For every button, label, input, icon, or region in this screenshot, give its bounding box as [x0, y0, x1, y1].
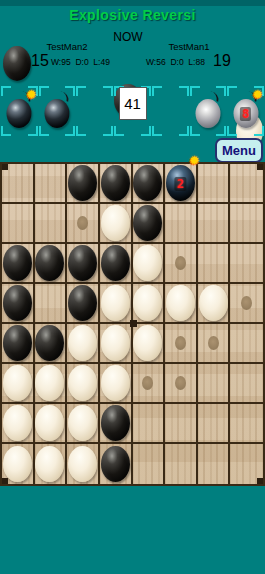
board-cell-r4c7[interactable] [230, 324, 263, 364]
board-cell-r6c5[interactable] [165, 404, 198, 444]
left-player-name: TestMan2 [36, 41, 98, 52]
white-disc [68, 325, 97, 361]
white-disc [133, 325, 162, 361]
black-disc [133, 165, 162, 201]
black-disc [101, 446, 130, 482]
left-player-record: W:95 D:0 L:49 [51, 57, 110, 67]
white-disc [35, 446, 64, 482]
black-disc [3, 325, 32, 361]
white-disc [133, 285, 162, 321]
board-cell-r2c7[interactable] [230, 244, 263, 284]
board-cell-r6c2[interactable] [67, 404, 100, 444]
right-player-record: W:56 D:0 L:88 [146, 57, 205, 67]
board-cell-r7c2[interactable] [67, 444, 100, 484]
legal-move-hint[interactable] [142, 376, 153, 390]
board-cell-r1c0[interactable] [2, 204, 35, 244]
board-cell-r1c1[interactable] [35, 204, 68, 244]
board-cell-r0c2[interactable] [67, 164, 100, 204]
top-status-strip [0, 0, 265, 6]
board-cell-r1c7[interactable] [230, 204, 263, 244]
black-player-disc-icon [3, 46, 31, 81]
black-disc [101, 245, 130, 281]
board-cell-r1c2[interactable] [67, 204, 100, 244]
legal-move-hint[interactable] [175, 256, 186, 270]
board-cell-r5c5[interactable] [165, 364, 198, 404]
white-disc [101, 365, 130, 401]
bomb-tray: ✹418✹ [1, 86, 264, 136]
white-disc [166, 285, 195, 321]
board-cell-r2c4[interactable] [133, 244, 166, 284]
white-disc [3, 405, 32, 441]
white-disc [68, 405, 97, 441]
right-player-score: 19 [213, 52, 231, 70]
spark-icon: ✹ [252, 88, 263, 101]
black-disc [68, 245, 97, 281]
black-disc [35, 325, 64, 361]
board-cell-r7c4[interactable] [133, 444, 166, 484]
board-cell-r6c0[interactable] [2, 404, 35, 444]
board-cell-r4c4[interactable] [133, 324, 166, 364]
board-cell-r2c6[interactable] [198, 244, 231, 284]
right-player-name: TestMan1 [158, 41, 220, 52]
bomb-slot-4 [152, 86, 189, 136]
app-root: Explosive Reversi TestMan2 15 W:95 D:0 L… [0, 0, 265, 574]
board-cell-r2c3[interactable] [100, 244, 133, 284]
white-disc [3, 446, 32, 482]
bomb-slot-1 [39, 86, 76, 136]
board-cell-r5c0[interactable] [2, 364, 35, 404]
board-cell-r0c6[interactable] [198, 164, 231, 204]
board-cell-r0c1[interactable] [35, 164, 68, 204]
board-marker-bl [2, 478, 8, 484]
board-marker-tl [2, 164, 8, 170]
black-bomb-icon[interactable]: ✹ [7, 99, 32, 128]
board-cell-r4c3[interactable] [100, 324, 133, 364]
board-cell-r5c3[interactable] [100, 364, 133, 404]
board-cell-r5c1[interactable] [35, 364, 68, 404]
board-cell-r4c1[interactable] [35, 324, 68, 364]
bomb-timer-digit: 8 [240, 107, 251, 121]
board-cell-r2c1[interactable] [35, 244, 68, 284]
board-cell-r1c5[interactable] [165, 204, 198, 244]
bomb-fuse-icon [58, 91, 70, 102]
black-disc [133, 205, 162, 241]
board-cell-r3c6[interactable] [198, 284, 231, 324]
black-disc [3, 245, 32, 281]
bomb-slot-5 [190, 86, 227, 136]
board-cell-r2c2[interactable] [67, 244, 100, 284]
board-cell-r4c2[interactable] [67, 324, 100, 364]
bomb-slot-3: 41 [114, 86, 151, 136]
board-cell-r7c5[interactable] [165, 444, 198, 484]
white-disc [199, 285, 228, 321]
grey-bomb-icon[interactable] [195, 99, 220, 128]
white-disc [101, 205, 130, 241]
legal-move-hint[interactable] [175, 376, 186, 390]
bomb-slot-2 [76, 86, 113, 136]
legal-move-hint[interactable] [208, 336, 219, 350]
board-cell-r4c5[interactable] [165, 324, 198, 364]
board-cell-r3c5[interactable] [165, 284, 198, 324]
black-disc [101, 165, 130, 201]
board-cell-r0c7[interactable] [230, 164, 263, 204]
black-disc [35, 245, 64, 281]
white-disc [35, 365, 64, 401]
board-cell-r6c3[interactable] [100, 404, 133, 444]
board-cell-r5c7[interactable] [230, 364, 263, 404]
board-cell-r5c6[interactable] [198, 364, 231, 404]
legal-move-hint[interactable] [175, 336, 186, 350]
bomb-slot-0: ✹ [1, 86, 38, 136]
bomb-slot-6: 8✹ [227, 86, 264, 136]
white-disc [3, 365, 32, 401]
black-disc [68, 165, 97, 201]
grey-bomb-icon[interactable]: 8✹ [233, 99, 258, 128]
board-cell-r7c1[interactable] [35, 444, 68, 484]
left-player-score: 15 [31, 52, 49, 70]
board-cell-r3c0[interactable] [2, 284, 35, 324]
board-cell-r3c7[interactable] [230, 284, 263, 324]
white-disc [68, 446, 97, 482]
bomb-disc: 2✹ [166, 165, 195, 201]
board-cell-r7c3[interactable] [100, 444, 133, 484]
board-cell-r0c3[interactable] [100, 164, 133, 204]
black-disc [68, 285, 97, 321]
board-cell-r1c3[interactable] [100, 204, 133, 244]
white-disc [101, 325, 130, 361]
board-cell-r4c6[interactable] [198, 324, 231, 364]
board-cell-r6c4[interactable] [133, 404, 166, 444]
board-cell-r6c1[interactable] [35, 404, 68, 444]
black-disc [3, 285, 32, 321]
board-cell-r3c2[interactable] [67, 284, 100, 324]
white-disc [68, 365, 97, 401]
board-cell-r6c7[interactable] [230, 404, 263, 444]
board-cell-r3c3[interactable] [100, 284, 133, 324]
board-cell-r3c4[interactable] [133, 284, 166, 324]
spark-icon: ✹ [26, 88, 37, 101]
legal-move-hint[interactable] [77, 216, 88, 230]
menu-button[interactable]: Menu [215, 138, 263, 163]
white-disc [35, 405, 64, 441]
white-disc [101, 285, 130, 321]
board-cell-r3c1[interactable] [35, 284, 68, 324]
board-cell-r2c5[interactable] [165, 244, 198, 284]
board-cell-r0c0[interactable] [2, 164, 35, 204]
legal-move-hint[interactable] [241, 296, 252, 310]
now-turn-label: NOW [110, 30, 146, 44]
board-cell-r7c6[interactable] [198, 444, 231, 484]
app-title: Explosive Reversi [0, 7, 265, 23]
board-marker-ctr [130, 320, 137, 327]
bomb-timer-digit: 2 [175, 177, 186, 191]
board-marker-tr [257, 164, 263, 170]
board-cell-r1c6[interactable] [198, 204, 231, 244]
board-cell-r5c4[interactable] [133, 364, 166, 404]
board-cell-r0c4[interactable] [133, 164, 166, 204]
board-cell-r4c0[interactable] [2, 324, 35, 364]
game-board: 2✹ [0, 162, 265, 486]
counter-box: 41 [119, 87, 147, 120]
black-disc [101, 405, 130, 441]
bomb-fuse-icon [209, 91, 221, 102]
board-cell-r5c2[interactable] [67, 364, 100, 404]
board-cell-r6c6[interactable] [198, 404, 231, 444]
white-disc [133, 245, 162, 281]
black-bomb-icon[interactable] [45, 99, 70, 128]
board-cell-r2c0[interactable] [2, 244, 35, 284]
board-marker-br [257, 478, 263, 484]
board-cell-r0c5[interactable]: 2✹ [165, 164, 198, 204]
players-header: TestMan2 15 W:95 D:0 L:49 NOW TestMan1 W… [0, 30, 265, 86]
spark-icon: ✹ [189, 154, 200, 167]
board-cell-r1c4[interactable] [133, 204, 166, 244]
